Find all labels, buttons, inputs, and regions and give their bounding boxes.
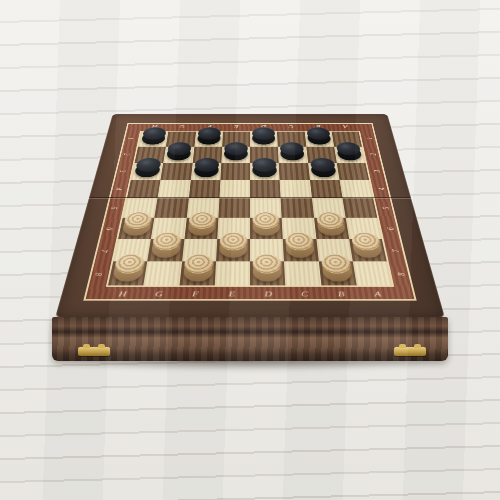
square-E7[interactable] [216, 239, 250, 261]
square-F4[interactable] [188, 180, 220, 198]
right-label-3: 3 [361, 167, 393, 176]
near-label-D: D [250, 288, 287, 300]
white-checker-F6[interactable] [187, 220, 215, 237]
far-label-G: G [168, 123, 196, 130]
black-checker-F3[interactable] [193, 164, 219, 178]
square-G5[interactable] [155, 198, 189, 218]
square-C4[interactable] [280, 180, 312, 198]
square-E8[interactable] [215, 261, 250, 285]
square-C2[interactable] [278, 147, 308, 163]
white-checker-F8[interactable] [182, 264, 213, 284]
square-G4[interactable] [158, 180, 191, 198]
square-B4[interactable] [310, 180, 343, 198]
box-front-face [52, 317, 448, 361]
left-label-2: 2 [111, 150, 142, 158]
near-label-F: F [176, 288, 213, 300]
black-checker-F1[interactable] [196, 133, 220, 146]
right-label-7: 7 [377, 245, 414, 256]
near-label-G: G [140, 288, 178, 300]
black-checker-B3[interactable] [310, 164, 336, 178]
square-H6[interactable] [118, 218, 154, 239]
square-D3[interactable] [250, 163, 280, 180]
black-checker-C2[interactable] [280, 148, 305, 161]
square-B6[interactable] [314, 218, 349, 239]
left-label-5: 5 [97, 203, 131, 213]
near-file-labels: HGFEDCBA [103, 288, 397, 300]
white-checker-G7[interactable] [151, 241, 181, 260]
square-C3[interactable] [279, 163, 310, 180]
square-F8[interactable] [179, 261, 216, 285]
square-C8[interactable] [284, 261, 321, 285]
right-label-5: 5 [369, 203, 403, 213]
white-checker-H8[interactable] [111, 264, 144, 284]
board-perspective-wrap: HGFEDCBA HGFEDCBA 12345678 12345678 [55, 114, 445, 318]
square-A2[interactable] [334, 147, 365, 163]
right-label-8: 8 [382, 268, 420, 280]
black-checker-D1[interactable] [252, 133, 275, 146]
left-label-4: 4 [102, 184, 135, 193]
right-label-2: 2 [358, 150, 389, 158]
black-checker-G2[interactable] [166, 148, 191, 161]
square-C5[interactable] [281, 198, 314, 218]
square-F6[interactable] [184, 218, 218, 239]
square-E3[interactable] [220, 163, 250, 180]
far-label-C: C [277, 123, 305, 130]
brass-latch-left [78, 347, 110, 356]
white-checker-A7[interactable] [352, 241, 383, 260]
white-checker-B6[interactable] [317, 220, 346, 237]
square-A7[interactable] [349, 239, 387, 261]
square-D6[interactable] [250, 218, 283, 239]
black-checker-D3[interactable] [252, 164, 277, 178]
square-G3[interactable] [161, 163, 193, 180]
near-label-A: A [358, 288, 397, 300]
square-G7[interactable] [147, 239, 184, 261]
square-B8[interactable] [318, 261, 356, 285]
brass-latch-right [394, 347, 426, 356]
right-label-4: 4 [365, 184, 398, 193]
square-B3[interactable] [308, 163, 340, 180]
square-D4[interactable] [250, 180, 281, 198]
square-E2[interactable] [221, 147, 250, 163]
near-label-H: H [103, 288, 142, 300]
square-D1[interactable] [250, 132, 278, 147]
near-label-E: E [213, 288, 250, 300]
square-C7[interactable] [283, 239, 318, 261]
square-H1[interactable] [138, 132, 168, 147]
black-checker-E2[interactable] [224, 148, 248, 161]
near-label-C: C [286, 288, 323, 300]
white-checker-D8[interactable] [253, 264, 283, 284]
black-checker-B1[interactable] [307, 133, 332, 146]
square-H3[interactable] [131, 163, 164, 180]
white-checker-E7[interactable] [219, 241, 247, 260]
square-E5[interactable] [218, 198, 250, 218]
game-board-frame: HGFEDCBA HGFEDCBA 12345678 12345678 [55, 114, 445, 318]
square-E4[interactable] [219, 180, 250, 198]
square-D8[interactable] [250, 261, 285, 285]
far-label-A: A [331, 123, 360, 130]
square-G8[interactable] [144, 261, 182, 285]
near-label-B: B [322, 288, 360, 300]
square-H8[interactable] [108, 261, 147, 285]
square-F1[interactable] [194, 132, 223, 147]
board-grid [106, 131, 394, 287]
tabletop-photo: HGFEDCBA HGFEDCBA 12345678 12345678 [0, 0, 500, 500]
fold-seam [89, 197, 412, 199]
square-B1[interactable] [304, 132, 334, 147]
far-label-E: E [223, 123, 250, 130]
white-checker-C7[interactable] [286, 241, 315, 260]
black-checker-A2[interactable] [337, 148, 363, 161]
white-checker-H6[interactable] [121, 220, 151, 237]
white-checker-D6[interactable] [253, 220, 280, 237]
left-label-7: 7 [86, 245, 123, 256]
square-F3[interactable] [190, 163, 221, 180]
right-label-1: 1 [355, 135, 385, 143]
square-G2[interactable] [163, 147, 194, 163]
black-checker-H3[interactable] [134, 164, 161, 178]
black-checker-H1[interactable] [141, 133, 166, 146]
white-checker-B8[interactable] [321, 264, 353, 284]
right-label-6: 6 [373, 223, 408, 234]
